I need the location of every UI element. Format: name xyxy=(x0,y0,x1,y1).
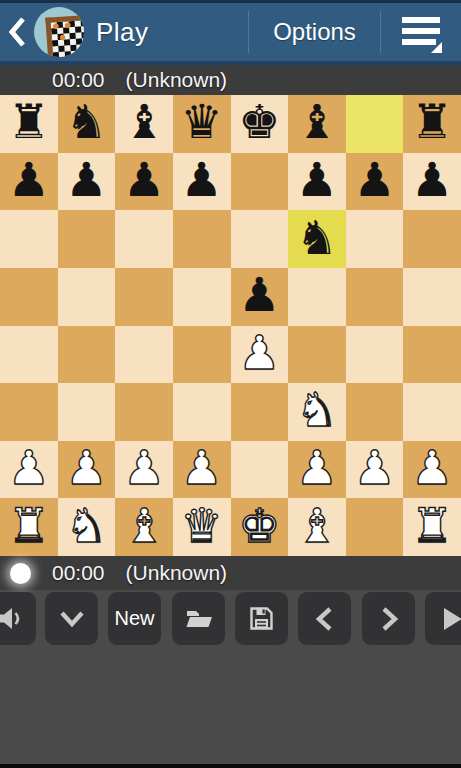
piece-white-knight: ♞ xyxy=(296,386,338,433)
square-c6[interactable] xyxy=(115,210,173,268)
square-h3[interactable] xyxy=(403,383,461,441)
piece-black-pawn: ♟ xyxy=(123,156,165,203)
piece-black-pawn: ♟ xyxy=(411,156,453,203)
new-game-label: New xyxy=(114,607,154,630)
square-a2[interactable]: ♟ xyxy=(0,441,58,499)
square-g1[interactable] xyxy=(346,498,404,556)
square-e5[interactable]: ♟ xyxy=(231,268,289,326)
chevron-right-icon xyxy=(378,605,400,633)
square-f8[interactable]: ♝ xyxy=(288,95,346,153)
square-a5[interactable] xyxy=(0,268,58,326)
back-button[interactable] xyxy=(0,3,34,61)
square-g4[interactable] xyxy=(346,326,404,384)
square-d5[interactable] xyxy=(173,268,231,326)
speaker-icon xyxy=(0,605,23,632)
collapse-button[interactable] xyxy=(45,592,98,645)
square-f4[interactable] xyxy=(288,326,346,384)
square-c3[interactable] xyxy=(115,383,173,441)
piece-white-knight: ♞ xyxy=(65,502,107,549)
top-turn-indicator-slot xyxy=(0,65,40,95)
square-b8[interactable]: ♞ xyxy=(58,95,116,153)
square-d2[interactable]: ♟ xyxy=(173,441,231,499)
play-icon xyxy=(440,606,461,632)
piece-black-pawn: ♟ xyxy=(296,156,338,203)
square-g2[interactable]: ♟ xyxy=(346,441,404,499)
volume-button[interactable] xyxy=(0,592,36,645)
piece-white-rook: ♜ xyxy=(8,502,50,549)
square-b4[interactable] xyxy=(58,326,116,384)
bottom-player-name: (Unknown) xyxy=(126,561,228,585)
square-c8[interactable]: ♝ xyxy=(115,95,173,153)
square-c5[interactable] xyxy=(115,268,173,326)
save-file-button[interactable] xyxy=(235,592,288,645)
hamburger-menu-icon xyxy=(402,17,440,47)
square-g3[interactable] xyxy=(346,383,404,441)
square-e7[interactable] xyxy=(231,153,289,211)
square-d3[interactable] xyxy=(173,383,231,441)
square-d7[interactable]: ♟ xyxy=(173,153,231,211)
turn-indicator-bottom xyxy=(10,563,31,584)
bottom-player-clock: 00:00 xyxy=(52,561,105,585)
square-c7[interactable]: ♟ xyxy=(115,153,173,211)
chevron-down-icon xyxy=(58,608,86,630)
square-d1[interactable]: ♛ xyxy=(173,498,231,556)
chess-app-screen: Play Options 00:00 (Unknown) ♜♞♝♛♚♝♜♟♟♟♟… xyxy=(0,0,461,768)
piece-white-queen: ♛ xyxy=(181,502,223,549)
square-f5[interactable] xyxy=(288,268,346,326)
options-button[interactable]: Options xyxy=(249,3,380,61)
move-forward-button[interactable] xyxy=(362,592,415,645)
square-a7[interactable]: ♟ xyxy=(0,153,58,211)
square-c4[interactable] xyxy=(115,326,173,384)
square-f1[interactable]: ♝ xyxy=(288,498,346,556)
square-e4[interactable]: ♟ xyxy=(231,326,289,384)
menu-button[interactable] xyxy=(381,3,461,61)
square-f2[interactable]: ♟ xyxy=(288,441,346,499)
square-e8[interactable]: ♚ xyxy=(231,95,289,153)
bottom-player-bar: 00:00 (Unknown) xyxy=(0,556,461,590)
piece-white-pawn: ♟ xyxy=(411,444,453,491)
piece-white-pawn: ♟ xyxy=(353,444,395,491)
piece-black-knight: ♞ xyxy=(296,214,338,261)
square-h5[interactable] xyxy=(403,268,461,326)
square-e3[interactable] xyxy=(231,383,289,441)
square-g7[interactable]: ♟ xyxy=(346,153,404,211)
app-header: Play Options xyxy=(0,3,461,61)
piece-black-rook: ♜ xyxy=(8,98,50,145)
move-back-button[interactable] xyxy=(298,592,351,645)
floppy-disk-icon xyxy=(248,605,275,632)
piece-black-pawn: ♟ xyxy=(65,156,107,203)
chevron-left-icon xyxy=(7,15,27,49)
chessboard-logo-icon xyxy=(45,14,84,57)
square-d8[interactable]: ♛ xyxy=(173,95,231,153)
square-a1[interactable]: ♜ xyxy=(0,498,58,556)
square-h4[interactable] xyxy=(403,326,461,384)
square-h6[interactable] xyxy=(403,210,461,268)
toolbar: New xyxy=(0,590,461,650)
piece-white-pawn: ♟ xyxy=(296,444,338,491)
square-a6[interactable] xyxy=(0,210,58,268)
piece-white-pawn: ♟ xyxy=(65,444,107,491)
piece-black-queen: ♛ xyxy=(181,98,223,145)
square-d6[interactable] xyxy=(173,210,231,268)
square-a3[interactable] xyxy=(0,383,58,441)
square-a8[interactable]: ♜ xyxy=(0,95,58,153)
piece-white-rook: ♜ xyxy=(411,502,453,549)
square-b2[interactable]: ♟ xyxy=(58,441,116,499)
app-logo-icon xyxy=(34,7,84,57)
piece-white-pawn: ♟ xyxy=(238,329,280,376)
square-b1[interactable]: ♞ xyxy=(58,498,116,556)
piece-white-king: ♚ xyxy=(238,502,280,549)
square-h8[interactable]: ♜ xyxy=(403,95,461,153)
piece-white-pawn: ♟ xyxy=(181,444,223,491)
square-g8[interactable] xyxy=(346,95,404,153)
square-a4[interactable] xyxy=(0,326,58,384)
piece-black-king: ♚ xyxy=(238,98,280,145)
piece-white-pawn: ♟ xyxy=(8,444,50,491)
square-h2[interactable]: ♟ xyxy=(403,441,461,499)
piece-black-knight: ♞ xyxy=(65,98,107,145)
square-c2[interactable]: ♟ xyxy=(115,441,173,499)
square-h1[interactable]: ♜ xyxy=(403,498,461,556)
square-e2[interactable] xyxy=(231,441,289,499)
page-title: Play xyxy=(96,17,149,48)
square-h7[interactable]: ♟ xyxy=(403,153,461,211)
square-c1[interactable]: ♝ xyxy=(115,498,173,556)
piece-black-pawn: ♟ xyxy=(8,156,50,203)
square-b5[interactable] xyxy=(58,268,116,326)
square-f3[interactable]: ♞ xyxy=(288,383,346,441)
square-e1[interactable]: ♚ xyxy=(231,498,289,556)
piece-black-bishop: ♝ xyxy=(123,98,165,145)
chess-board[interactable]: ♜♞♝♛♚♝♜♟♟♟♟♟♟♟♞♟♟♞♟♟♟♟♟♟♟♜♞♝♛♚♝♜ xyxy=(0,95,461,556)
square-b7[interactable]: ♟ xyxy=(58,153,116,211)
piece-white-bishop: ♝ xyxy=(123,502,165,549)
top-player-bar: 00:00 (Unknown) xyxy=(0,65,461,95)
bottom-turn-indicator-slot xyxy=(0,556,40,590)
bottom-strip xyxy=(0,764,461,768)
square-e6[interactable] xyxy=(231,210,289,268)
square-f7[interactable]: ♟ xyxy=(288,153,346,211)
piece-black-rook: ♜ xyxy=(411,98,453,145)
top-player-clock: 00:00 xyxy=(52,68,105,92)
chevron-left-icon xyxy=(314,605,336,633)
piece-black-bishop: ♝ xyxy=(296,98,338,145)
square-f6[interactable]: ♞ xyxy=(288,210,346,268)
top-player-name: (Unknown) xyxy=(126,68,228,92)
square-b6[interactable] xyxy=(58,210,116,268)
piece-black-pawn: ♟ xyxy=(238,271,280,318)
autoplay-button[interactable] xyxy=(425,592,461,645)
square-d4[interactable] xyxy=(173,326,231,384)
piece-white-pawn: ♟ xyxy=(123,444,165,491)
piece-black-pawn: ♟ xyxy=(181,156,223,203)
piece-white-bishop: ♝ xyxy=(296,502,338,549)
open-file-button[interactable] xyxy=(172,592,225,645)
folder-open-icon xyxy=(184,606,214,631)
square-g5[interactable] xyxy=(346,268,404,326)
new-game-button[interactable]: New xyxy=(108,592,161,645)
square-g6[interactable] xyxy=(346,210,404,268)
square-b3[interactable] xyxy=(58,383,116,441)
piece-black-pawn: ♟ xyxy=(353,156,395,203)
